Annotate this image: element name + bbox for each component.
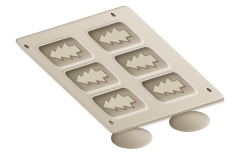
hanging-hole-top-corner	[110, 13, 117, 18]
christmas-tree-relief	[90, 87, 148, 118]
hanging-hole-right-corner	[206, 88, 213, 93]
tree-cavity-row3-col1	[90, 87, 148, 118]
mold-tray	[13, 5, 226, 133]
tree-cavity-row2-col2	[112, 46, 170, 77]
christmas-tree-relief	[36, 36, 94, 67]
hanging-hole-bottom-corner	[108, 120, 115, 125]
christmas-tree-relief	[63, 61, 121, 92]
christmas-tree-relief	[86, 21, 144, 52]
tree-cavity-row3-col2	[139, 71, 197, 102]
christmas-tree-relief	[139, 71, 197, 102]
hanging-hole-left-corner	[24, 44, 31, 49]
tree-cavity-row1-col2	[86, 21, 144, 52]
tree-cavity-row1-col1	[36, 36, 94, 67]
tree-cavity-row2-col1	[63, 61, 121, 92]
product-photo	[0, 0, 240, 160]
christmas-tree-relief	[112, 46, 170, 77]
